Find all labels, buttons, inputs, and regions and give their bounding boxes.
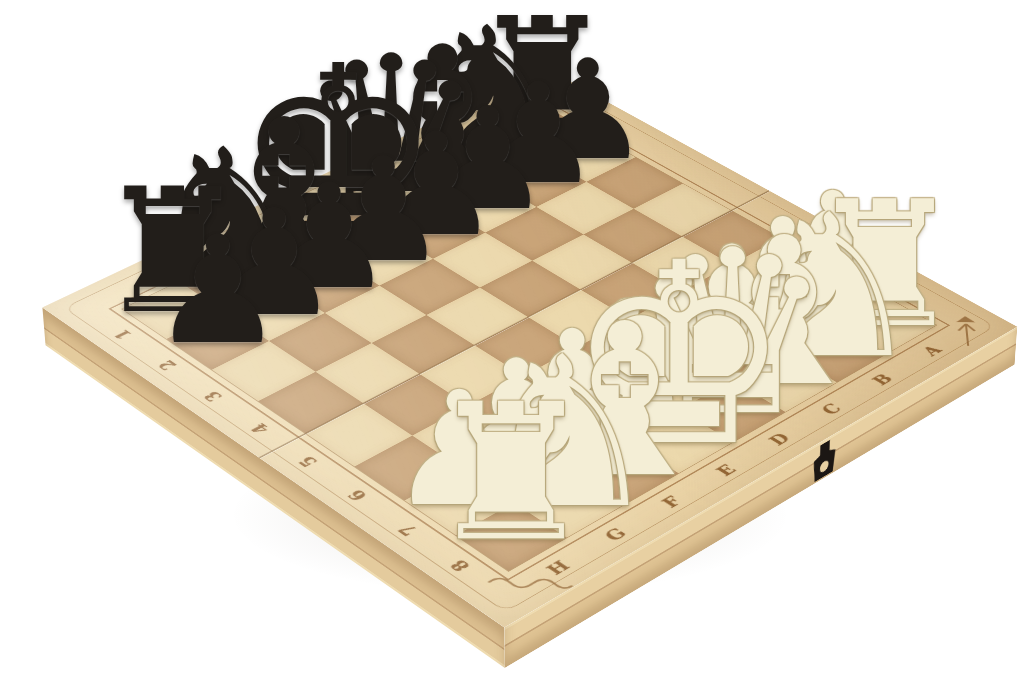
black-pawn[interactable]: ♟	[151, 216, 285, 365]
chess-box-photo: 12345678HGFEDCBA ♜♞♝♛♚♝♞♜♟♟♟♟♟♟♟♟♟♟♟♟♟♟♟…	[0, 0, 1024, 684]
white-rook[interactable]: ♜	[427, 379, 596, 567]
